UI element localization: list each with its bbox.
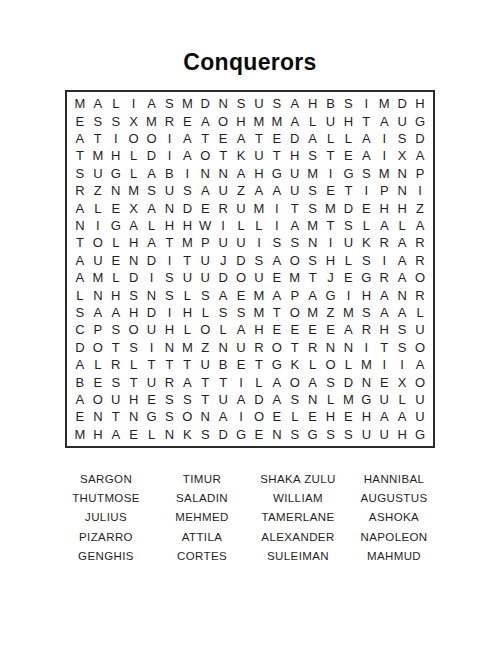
grid-cell-r16c13[interactable]: K [286,356,304,373]
grid-cell-r7c5[interactable]: A [143,199,161,216]
grid-cell-r15c2[interactable]: O [89,339,107,356]
grid-cell-r11c17[interactable]: G [357,269,375,286]
grid-cell-r16c20[interactable]: A [411,356,429,373]
grid-cell-r16c1[interactable]: A [71,356,89,373]
grid-cell-r1c17[interactable]: I [357,95,375,112]
grid-cell-r6c19[interactable]: N [393,182,411,199]
grid-cell-r13c15[interactable]: Z [322,304,340,321]
grid-cell-r3c18[interactable]: I [375,130,393,147]
grid-cell-r18c1[interactable]: A [71,391,89,408]
grid-cell-r2c3[interactable]: S [107,112,125,129]
grid-cell-r1c2[interactable]: A [89,95,107,112]
grid-cell-r6c17[interactable]: I [357,182,375,199]
grid-cell-r12c8[interactable]: S [196,286,214,303]
grid-cell-r5c7[interactable]: I [178,165,196,182]
grid-cell-r20c7[interactable]: K [178,426,196,443]
grid-cell-r15c3[interactable]: T [107,339,125,356]
grid-cell-r2c14[interactable]: L [304,112,322,129]
grid-cell-r14c9[interactable]: L [214,321,232,338]
grid-cell-r18c6[interactable]: S [160,391,178,408]
grid-cell-r14c12[interactable]: E [268,321,286,338]
grid-cell-r19c10[interactable]: I [232,408,250,425]
grid-cell-r8c14[interactable]: M [304,217,322,234]
grid-cell-r1c1[interactable]: M [71,95,89,112]
grid-cell-r19c16[interactable]: E [339,408,357,425]
grid-cell-r17c20[interactable]: O [411,373,429,390]
grid-cell-r1c15[interactable]: B [322,95,340,112]
grid-cell-r13c17[interactable]: S [357,304,375,321]
grid-cell-r20c17[interactable]: U [357,426,375,443]
grid-cell-r10c13[interactable]: O [286,252,304,269]
grid-cell-r1c14[interactable]: H [304,95,322,112]
grid-cell-r10c14[interactable]: S [304,252,322,269]
grid-cell-r8c13[interactable]: A [286,217,304,234]
grid-cell-r8c5[interactable]: L [143,217,161,234]
grid-cell-r9c15[interactable]: I [322,234,340,251]
grid-cell-r19c5[interactable]: G [143,408,161,425]
grid-cell-r16c2[interactable]: L [89,356,107,373]
grid-cell-r8c10[interactable]: L [232,217,250,234]
grid-cell-r1c10[interactable]: S [232,95,250,112]
grid-cell-r19c3[interactable]: T [107,408,125,425]
grid-cell-r5c3[interactable]: G [107,165,125,182]
grid-cell-r17c15[interactable]: S [322,373,340,390]
grid-cell-r10c11[interactable]: S [250,252,268,269]
grid-cell-r10c18[interactable]: I [375,252,393,269]
grid-cell-r8c20[interactable]: A [411,217,429,234]
grid-cell-r14c10[interactable]: A [232,321,250,338]
grid-cell-r11c6[interactable]: S [160,269,178,286]
grid-cell-r3c9[interactable]: E [214,130,232,147]
grid-cell-r11c15[interactable]: J [322,269,340,286]
grid-cell-r2c18[interactable]: A [375,112,393,129]
grid-cell-r19c18[interactable]: A [375,408,393,425]
grid-cell-r10c2[interactable]: U [89,252,107,269]
grid-cell-r6c7[interactable]: S [178,182,196,199]
grid-cell-r3c5[interactable]: O [143,130,161,147]
grid-cell-r18c8[interactable]: T [196,391,214,408]
grid-cell-r4c7[interactable]: A [178,147,196,164]
grid-cell-r18c14[interactable]: N [304,391,322,408]
grid-cell-r13c16[interactable]: M [339,304,357,321]
grid-cell-r4c15[interactable]: T [322,147,340,164]
grid-cell-r5c9[interactable]: N [214,165,232,182]
grid-cell-r11c18[interactable]: R [375,269,393,286]
grid-cell-r15c7[interactable]: M [178,339,196,356]
grid-cell-r10c5[interactable]: D [143,252,161,269]
grid-cell-r9c5[interactable]: A [143,234,161,251]
grid-cell-r13c10[interactable]: S [232,304,250,321]
grid-cell-r10c8[interactable]: U [196,252,214,269]
grid-cell-r4c16[interactable]: E [339,147,357,164]
grid-cell-r3c8[interactable]: T [196,130,214,147]
grid-cell-r13c9[interactable]: S [214,304,232,321]
grid-cell-r6c4[interactable]: M [125,182,143,199]
grid-cell-r18c12[interactable]: A [268,391,286,408]
grid-cell-r19c6[interactable]: S [160,408,178,425]
grid-cell-r3c20[interactable]: D [411,130,429,147]
grid-cell-r6c15[interactable]: E [322,182,340,199]
grid-cell-r17c16[interactable]: D [339,373,357,390]
grid-cell-r19c9[interactable]: A [214,408,232,425]
grid-cell-r7c13[interactable]: T [286,199,304,216]
grid-cell-r8c11[interactable]: L [250,217,268,234]
grid-cell-r14c5[interactable]: U [143,321,161,338]
grid-cell-r11c9[interactable]: D [214,269,232,286]
grid-cell-r16c17[interactable]: M [357,356,375,373]
grid-cell-r13c6[interactable]: I [160,304,178,321]
grid-cell-r1c13[interactable]: A [286,95,304,112]
grid-cell-r10c20[interactable]: R [411,252,429,269]
grid-cell-r4c20[interactable]: A [411,147,429,164]
grid-cell-r10c7[interactable]: T [178,252,196,269]
grid-cell-r16c19[interactable]: I [393,356,411,373]
grid-cell-r7c17[interactable]: E [357,199,375,216]
grid-cell-r17c19[interactable]: X [393,373,411,390]
grid-cell-r6c12[interactable]: A [268,182,286,199]
grid-cell-r12c17[interactable]: H [357,286,375,303]
grid-cell-r2c15[interactable]: U [322,112,340,129]
grid-cell-r5c18[interactable]: M [375,165,393,182]
grid-cell-r16c18[interactable]: I [375,356,393,373]
grid-cell-r11c19[interactable]: A [393,269,411,286]
grid-cell-r3c7[interactable]: A [178,130,196,147]
grid-cell-r3c12[interactable]: E [268,130,286,147]
grid-cell-r8c6[interactable]: H [160,217,178,234]
grid-cell-r4c1[interactable]: T [71,147,89,164]
grid-cell-r14c13[interactable]: E [286,321,304,338]
grid-cell-r8c2[interactable]: I [89,217,107,234]
grid-cell-r7c7[interactable]: D [178,199,196,216]
grid-cell-r6c10[interactable]: Z [232,182,250,199]
grid-cell-r8c19[interactable]: L [393,217,411,234]
grid-cell-r17c14[interactable]: A [304,373,322,390]
grid-cell-r12c6[interactable]: S [160,286,178,303]
grid-cell-r3c14[interactable]: A [304,130,322,147]
grid-cell-r15c8[interactable]: Z [196,339,214,356]
grid-cell-r18c11[interactable]: D [250,391,268,408]
grid-cell-r6c3[interactable]: N [107,182,125,199]
grid-cell-r15c6[interactable]: N [160,339,178,356]
grid-cell-r20c20[interactable]: G [411,426,429,443]
grid-cell-r15c11[interactable]: R [250,339,268,356]
grid-cell-r8c15[interactable]: T [322,217,340,234]
grid-cell-r7c19[interactable]: H [393,199,411,216]
grid-cell-r8c9[interactable]: I [214,217,232,234]
grid-cell-r3c10[interactable]: A [232,130,250,147]
grid-cell-r19c8[interactable]: N [196,408,214,425]
grid-cell-r5c6[interactable]: B [160,165,178,182]
grid-cell-r5c20[interactable]: P [411,165,429,182]
grid-cell-r16c16[interactable]: L [339,356,357,373]
grid-cell-r12c13[interactable]: P [286,286,304,303]
grid-cell-r11c16[interactable]: E [339,269,357,286]
grid-cell-r14c8[interactable]: O [196,321,214,338]
grid-cell-r4c14[interactable]: S [304,147,322,164]
grid-cell-r9c3[interactable]: L [107,234,125,251]
grid-cell-r1c3[interactable]: L [107,95,125,112]
grid-cell-r8c12[interactable]: I [268,217,286,234]
grid-cell-r15c18[interactable]: T [375,339,393,356]
grid-cell-r12c15[interactable]: G [322,286,340,303]
grid-cell-r13c5[interactable]: D [143,304,161,321]
grid-cell-r9c11[interactable]: I [250,234,268,251]
grid-cell-r11c7[interactable]: U [178,269,196,286]
grid-cell-r2c11[interactable]: M [250,112,268,129]
grid-cell-r20c2[interactable]: H [89,426,107,443]
grid-cell-r18c20[interactable]: U [411,391,429,408]
grid-cell-r20c9[interactable]: D [214,426,232,443]
grid-cell-r12c14[interactable]: A [304,286,322,303]
grid-cell-r12c3[interactable]: H [107,286,125,303]
grid-cell-r11c5[interactable]: I [143,269,161,286]
grid-cell-r19c14[interactable]: E [304,408,322,425]
grid-cell-r17c11[interactable]: L [250,373,268,390]
grid-cell-r13c2[interactable]: A [89,304,107,321]
grid-cell-r6c18[interactable]: P [375,182,393,199]
grid-cell-r2c10[interactable]: H [232,112,250,129]
grid-cell-r1c5[interactable]: A [143,95,161,112]
grid-cell-r16c4[interactable]: L [125,356,143,373]
grid-cell-r5c2[interactable]: U [89,165,107,182]
grid-cell-r9c2[interactable]: O [89,234,107,251]
grid-cell-r18c13[interactable]: S [286,391,304,408]
grid-cell-r18c2[interactable]: O [89,391,107,408]
grid-cell-r7c18[interactable]: H [375,199,393,216]
grid-cell-r2c19[interactable]: U [393,112,411,129]
grid-cell-r13c18[interactable]: A [375,304,393,321]
grid-cell-r20c10[interactable]: G [232,426,250,443]
grid-cell-r4c13[interactable]: H [286,147,304,164]
grid-cell-r9c7[interactable]: M [178,234,196,251]
grid-cell-r20c18[interactable]: U [375,426,393,443]
grid-cell-r16c6[interactable]: T [160,356,178,373]
grid-cell-r11c3[interactable]: L [107,269,125,286]
grid-cell-r17c12[interactable]: A [268,373,286,390]
grid-cell-r2c6[interactable]: R [160,112,178,129]
grid-cell-r15c19[interactable]: S [393,339,411,356]
grid-cell-r1c12[interactable]: S [268,95,286,112]
grid-cell-r19c2[interactable]: N [89,408,107,425]
grid-cell-r12c18[interactable]: A [375,286,393,303]
grid-cell-r1c16[interactable]: S [339,95,357,112]
grid-cell-r12c4[interactable]: S [125,286,143,303]
grid-cell-r4c3[interactable]: H [107,147,125,164]
grid-cell-r16c3[interactable]: R [107,356,125,373]
grid-cell-r2c2[interactable]: S [89,112,107,129]
grid-cell-r7c16[interactable]: D [339,199,357,216]
grid-cell-r16c15[interactable]: O [322,356,340,373]
grid-cell-r2c9[interactable]: O [214,112,232,129]
grid-cell-r6c20[interactable]: I [411,182,429,199]
grid-cell-r8c1[interactable]: N [71,217,89,234]
grid-cell-r5c14[interactable]: M [304,165,322,182]
grid-cell-r15c5[interactable]: I [143,339,161,356]
grid-cell-r7c4[interactable]: X [125,199,143,216]
grid-cell-r6c8[interactable]: A [196,182,214,199]
grid-cell-r5c12[interactable]: G [268,165,286,182]
grid-cell-r8c16[interactable]: S [339,217,357,234]
grid-cell-r16c10[interactable]: E [232,356,250,373]
grid-cell-r17c7[interactable]: A [178,373,196,390]
grid-cell-r19c4[interactable]: N [125,408,143,425]
grid-cell-r15c9[interactable]: N [214,339,232,356]
grid-cell-r10c17[interactable]: S [357,252,375,269]
grid-cell-r11c14[interactable]: T [304,269,322,286]
grid-cell-r20c15[interactable]: S [322,426,340,443]
grid-cell-r17c4[interactable]: T [125,373,143,390]
grid-cell-r11c1[interactable]: A [71,269,89,286]
grid-cell-r10c10[interactable]: D [232,252,250,269]
grid-cell-r13c7[interactable]: H [178,304,196,321]
grid-cell-r14c1[interactable]: C [71,321,89,338]
grid-cell-r3c6[interactable]: I [160,130,178,147]
grid-cell-r11c11[interactable]: U [250,269,268,286]
grid-cell-r12c9[interactable]: A [214,286,232,303]
grid-cell-r11c20[interactable]: O [411,269,429,286]
grid-cell-r20c12[interactable]: N [268,426,286,443]
grid-cell-r6c2[interactable]: Z [89,182,107,199]
grid-cell-r12c5[interactable]: N [143,286,161,303]
grid-cell-r5c8[interactable]: N [196,165,214,182]
grid-cell-r14c4[interactable]: O [125,321,143,338]
grid-cell-r1c4[interactable]: I [125,95,143,112]
grid-cell-r6c6[interactable]: U [160,182,178,199]
grid-cell-r13c1[interactable]: S [71,304,89,321]
grid-cell-r5c16[interactable]: G [339,165,357,182]
grid-cell-r17c3[interactable]: S [107,373,125,390]
grid-cell-r4c5[interactable]: D [143,147,161,164]
grid-cell-r10c3[interactable]: E [107,252,125,269]
grid-cell-r9c20[interactable]: R [411,234,429,251]
grid-cell-r4c12[interactable]: T [268,147,286,164]
grid-cell-r19c7[interactable]: O [178,408,196,425]
grid-cell-r19c20[interactable]: U [411,408,429,425]
grid-cell-r2c1[interactable]: E [71,112,89,129]
grid-cell-r9c10[interactable]: U [232,234,250,251]
grid-cell-r3c4[interactable]: O [125,130,143,147]
grid-cell-r9c12[interactable]: S [268,234,286,251]
grid-cell-r14c16[interactable]: A [339,321,357,338]
grid-cell-r19c15[interactable]: H [322,408,340,425]
grid-cell-r2c13[interactable]: A [286,112,304,129]
grid-cell-r1c7[interactable]: M [178,95,196,112]
grid-cell-r19c1[interactable]: E [71,408,89,425]
grid-cell-r18c16[interactable]: M [339,391,357,408]
grid-cell-r11c12[interactable]: E [268,269,286,286]
grid-cell-r1c9[interactable]: N [214,95,232,112]
grid-cell-r10c1[interactable]: A [71,252,89,269]
grid-cell-r5c1[interactable]: S [71,165,89,182]
grid-cell-r4c11[interactable]: U [250,147,268,164]
grid-cell-r12c1[interactable]: L [71,286,89,303]
grid-cell-r4c10[interactable]: K [232,147,250,164]
grid-cell-r17c13[interactable]: O [286,373,304,390]
grid-cell-r1c19[interactable]: D [393,95,411,112]
grid-cell-r4c4[interactable]: L [125,147,143,164]
grid-cell-r13c20[interactable]: L [411,304,429,321]
grid-cell-r13c13[interactable]: O [286,304,304,321]
grid-cell-r20c13[interactable]: S [286,426,304,443]
grid-cell-r11c2[interactable]: M [89,269,107,286]
grid-cell-r13c19[interactable]: A [393,304,411,321]
grid-cell-r13c11[interactable]: M [250,304,268,321]
grid-cell-r19c12[interactable]: E [268,408,286,425]
grid-cell-r9c18[interactable]: R [375,234,393,251]
grid-cell-r20c14[interactable]: G [304,426,322,443]
grid-cell-r7c12[interactable]: I [268,199,286,216]
grid-cell-r13c14[interactable]: M [304,304,322,321]
grid-cell-r18c19[interactable]: L [393,391,411,408]
grid-cell-r17c10[interactable]: I [232,373,250,390]
grid-cell-r10c4[interactable]: N [125,252,143,269]
grid-cell-r20c19[interactable]: H [393,426,411,443]
grid-cell-r7c9[interactable]: R [214,199,232,216]
grid-cell-r19c13[interactable]: L [286,408,304,425]
grid-cell-r12c7[interactable]: L [178,286,196,303]
grid-cell-r6c5[interactable]: S [143,182,161,199]
grid-cell-r15c13[interactable]: T [286,339,304,356]
grid-cell-r17c8[interactable]: T [196,373,214,390]
grid-cell-r16c8[interactable]: U [196,356,214,373]
grid-cell-r20c16[interactable]: S [339,426,357,443]
grid-cell-r13c3[interactable]: A [107,304,125,321]
grid-cell-r7c11[interactable]: M [250,199,268,216]
grid-cell-r20c5[interactable]: L [143,426,161,443]
grid-cell-r7c10[interactable]: U [232,199,250,216]
grid-cell-r3c17[interactable]: A [357,130,375,147]
grid-cell-r2c16[interactable]: H [339,112,357,129]
grid-cell-r4c18[interactable]: I [375,147,393,164]
grid-cell-r4c2[interactable]: M [89,147,107,164]
grid-cell-r18c3[interactable]: U [107,391,125,408]
grid-cell-r1c11[interactable]: U [250,95,268,112]
grid-cell-r20c3[interactable]: A [107,426,125,443]
grid-cell-r14c18[interactable]: H [375,321,393,338]
grid-cell-r3c19[interactable]: S [393,130,411,147]
grid-cell-r14c20[interactable]: U [411,321,429,338]
grid-cell-r9c8[interactable]: P [196,234,214,251]
grid-cell-r17c6[interactable]: R [160,373,178,390]
grid-cell-r9c9[interactable]: U [214,234,232,251]
grid-cell-r16c11[interactable]: T [250,356,268,373]
grid-cell-r9c1[interactable]: T [71,234,89,251]
grid-cell-r3c16[interactable]: L [339,130,357,147]
grid-cell-r10c15[interactable]: H [322,252,340,269]
grid-cell-r2c12[interactable]: M [268,112,286,129]
grid-cell-r15c15[interactable]: N [322,339,340,356]
grid-cell-r11c10[interactable]: O [232,269,250,286]
grid-cell-r15c12[interactable]: O [268,339,286,356]
grid-cell-r20c11[interactable]: E [250,426,268,443]
grid-cell-r14c14[interactable]: E [304,321,322,338]
grid-cell-r13c12[interactable]: T [268,304,286,321]
grid-cell-r2c17[interactable]: T [357,112,375,129]
grid-cell-r13c4[interactable]: H [125,304,143,321]
grid-cell-r12c19[interactable]: N [393,286,411,303]
grid-cell-r20c4[interactable]: E [125,426,143,443]
grid-cell-r8c3[interactable]: G [107,217,125,234]
grid-cell-r3c1[interactable]: A [71,130,89,147]
grid-cell-r2c7[interactable]: E [178,112,196,129]
grid-cell-r9c14[interactable]: N [304,234,322,251]
grid-cell-r14c15[interactable]: E [322,321,340,338]
grid-cell-r7c2[interactable]: L [89,199,107,216]
grid-cell-r4c8[interactable]: O [196,147,214,164]
grid-cell-r3c11[interactable]: T [250,130,268,147]
grid-cell-r9c4[interactable]: H [125,234,143,251]
grid-cell-r14c11[interactable]: H [250,321,268,338]
